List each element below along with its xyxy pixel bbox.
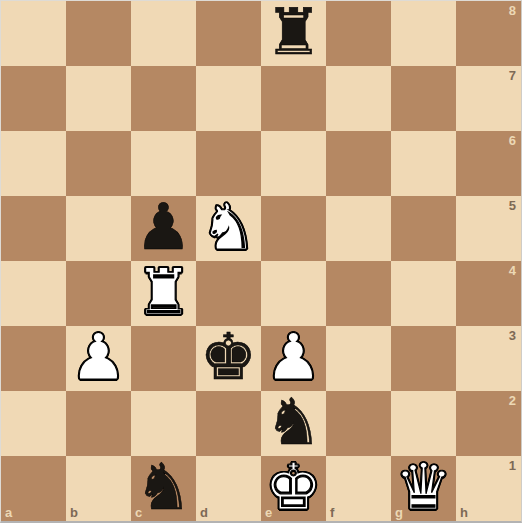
- square-h4[interactable]: 4: [456, 261, 521, 326]
- square-h8[interactable]: 8: [456, 1, 521, 66]
- file-label-a: a: [5, 506, 12, 519]
- rank-label-3: 3: [509, 329, 516, 342]
- square-b5[interactable]: [66, 196, 131, 261]
- square-a6[interactable]: [1, 131, 66, 196]
- square-g4[interactable]: [391, 261, 456, 326]
- square-h1[interactable]: 1h: [456, 456, 521, 521]
- square-b6[interactable]: [66, 131, 131, 196]
- square-g1[interactable]: ♛g: [391, 456, 456, 521]
- black-rook[interactable]: ♜: [265, 1, 322, 64]
- square-b1[interactable]: b: [66, 456, 131, 521]
- square-e5[interactable]: [261, 196, 326, 261]
- square-e2[interactable]: ♞: [261, 391, 326, 456]
- square-f6[interactable]: [326, 131, 391, 196]
- square-c4[interactable]: ♜: [131, 261, 196, 326]
- square-g6[interactable]: [391, 131, 456, 196]
- white-queen[interactable]: ♛: [395, 456, 452, 519]
- square-d8[interactable]: [196, 1, 261, 66]
- white-pawn[interactable]: ♟: [265, 326, 322, 389]
- square-c5[interactable]: ♟: [131, 196, 196, 261]
- square-a4[interactable]: [1, 261, 66, 326]
- rank-label-6: 6: [509, 134, 516, 147]
- square-g8[interactable]: [391, 1, 456, 66]
- square-g2[interactable]: [391, 391, 456, 456]
- square-h6[interactable]: 6: [456, 131, 521, 196]
- square-e8[interactable]: ♜: [261, 1, 326, 66]
- square-g5[interactable]: [391, 196, 456, 261]
- square-a3[interactable]: [1, 326, 66, 391]
- square-d5[interactable]: ♞: [196, 196, 261, 261]
- square-c3[interactable]: [131, 326, 196, 391]
- rank-label-4: 4: [509, 264, 516, 277]
- square-e1[interactable]: ♚e: [261, 456, 326, 521]
- square-c1[interactable]: ♞c: [131, 456, 196, 521]
- square-f2[interactable]: [326, 391, 391, 456]
- square-b2[interactable]: [66, 391, 131, 456]
- rank-label-8: 8: [509, 4, 516, 17]
- square-d1[interactable]: d: [196, 456, 261, 521]
- square-f3[interactable]: [326, 326, 391, 391]
- square-e7[interactable]: [261, 66, 326, 131]
- square-d3[interactable]: ♚: [196, 326, 261, 391]
- square-f4[interactable]: [326, 261, 391, 326]
- chess-board: ♜876♟♞5♜4♟♚♟3♞2ab♞cd♚ef♛g1h: [1, 1, 521, 521]
- square-e4[interactable]: [261, 261, 326, 326]
- square-a1[interactable]: a: [1, 456, 66, 521]
- square-f1[interactable]: f: [326, 456, 391, 521]
- square-a7[interactable]: [1, 66, 66, 131]
- black-king[interactable]: ♚: [200, 326, 257, 389]
- square-a5[interactable]: [1, 196, 66, 261]
- square-h3[interactable]: 3: [456, 326, 521, 391]
- square-b7[interactable]: [66, 66, 131, 131]
- black-knight[interactable]: ♞: [265, 391, 322, 454]
- rank-label-7: 7: [509, 69, 516, 82]
- square-g3[interactable]: [391, 326, 456, 391]
- square-h7[interactable]: 7: [456, 66, 521, 131]
- square-a8[interactable]: [1, 1, 66, 66]
- square-d4[interactable]: [196, 261, 261, 326]
- square-h2[interactable]: 2: [456, 391, 521, 456]
- square-g7[interactable]: [391, 66, 456, 131]
- white-knight[interactable]: ♞: [200, 196, 257, 259]
- square-d2[interactable]: [196, 391, 261, 456]
- square-f5[interactable]: [326, 196, 391, 261]
- square-d6[interactable]: [196, 131, 261, 196]
- square-b3[interactable]: ♟: [66, 326, 131, 391]
- square-c7[interactable]: [131, 66, 196, 131]
- square-b8[interactable]: [66, 1, 131, 66]
- square-f7[interactable]: [326, 66, 391, 131]
- square-c2[interactable]: [131, 391, 196, 456]
- square-d7[interactable]: [196, 66, 261, 131]
- square-e3[interactable]: ♟: [261, 326, 326, 391]
- black-knight[interactable]: ♞: [135, 456, 192, 519]
- square-c6[interactable]: [131, 131, 196, 196]
- square-a2[interactable]: [1, 391, 66, 456]
- file-label-d: d: [200, 506, 208, 519]
- white-rook[interactable]: ♜: [135, 261, 192, 324]
- black-pawn[interactable]: ♟: [135, 196, 192, 259]
- square-h5[interactable]: 5: [456, 196, 521, 261]
- square-b4[interactable]: [66, 261, 131, 326]
- rank-label-1: 1: [509, 459, 516, 472]
- file-label-b: b: [70, 506, 78, 519]
- file-label-h: h: [460, 506, 468, 519]
- square-c8[interactable]: [131, 1, 196, 66]
- white-pawn[interactable]: ♟: [70, 326, 127, 389]
- board-frame: ♜876♟♞5♜4♟♚♟3♞2ab♞cd♚ef♛g1h: [0, 0, 522, 523]
- file-label-f: f: [330, 506, 334, 519]
- rank-label-5: 5: [509, 199, 516, 212]
- white-king[interactable]: ♚: [265, 456, 322, 519]
- rank-label-2: 2: [509, 394, 516, 407]
- square-f8[interactable]: [326, 1, 391, 66]
- square-e6[interactable]: [261, 131, 326, 196]
